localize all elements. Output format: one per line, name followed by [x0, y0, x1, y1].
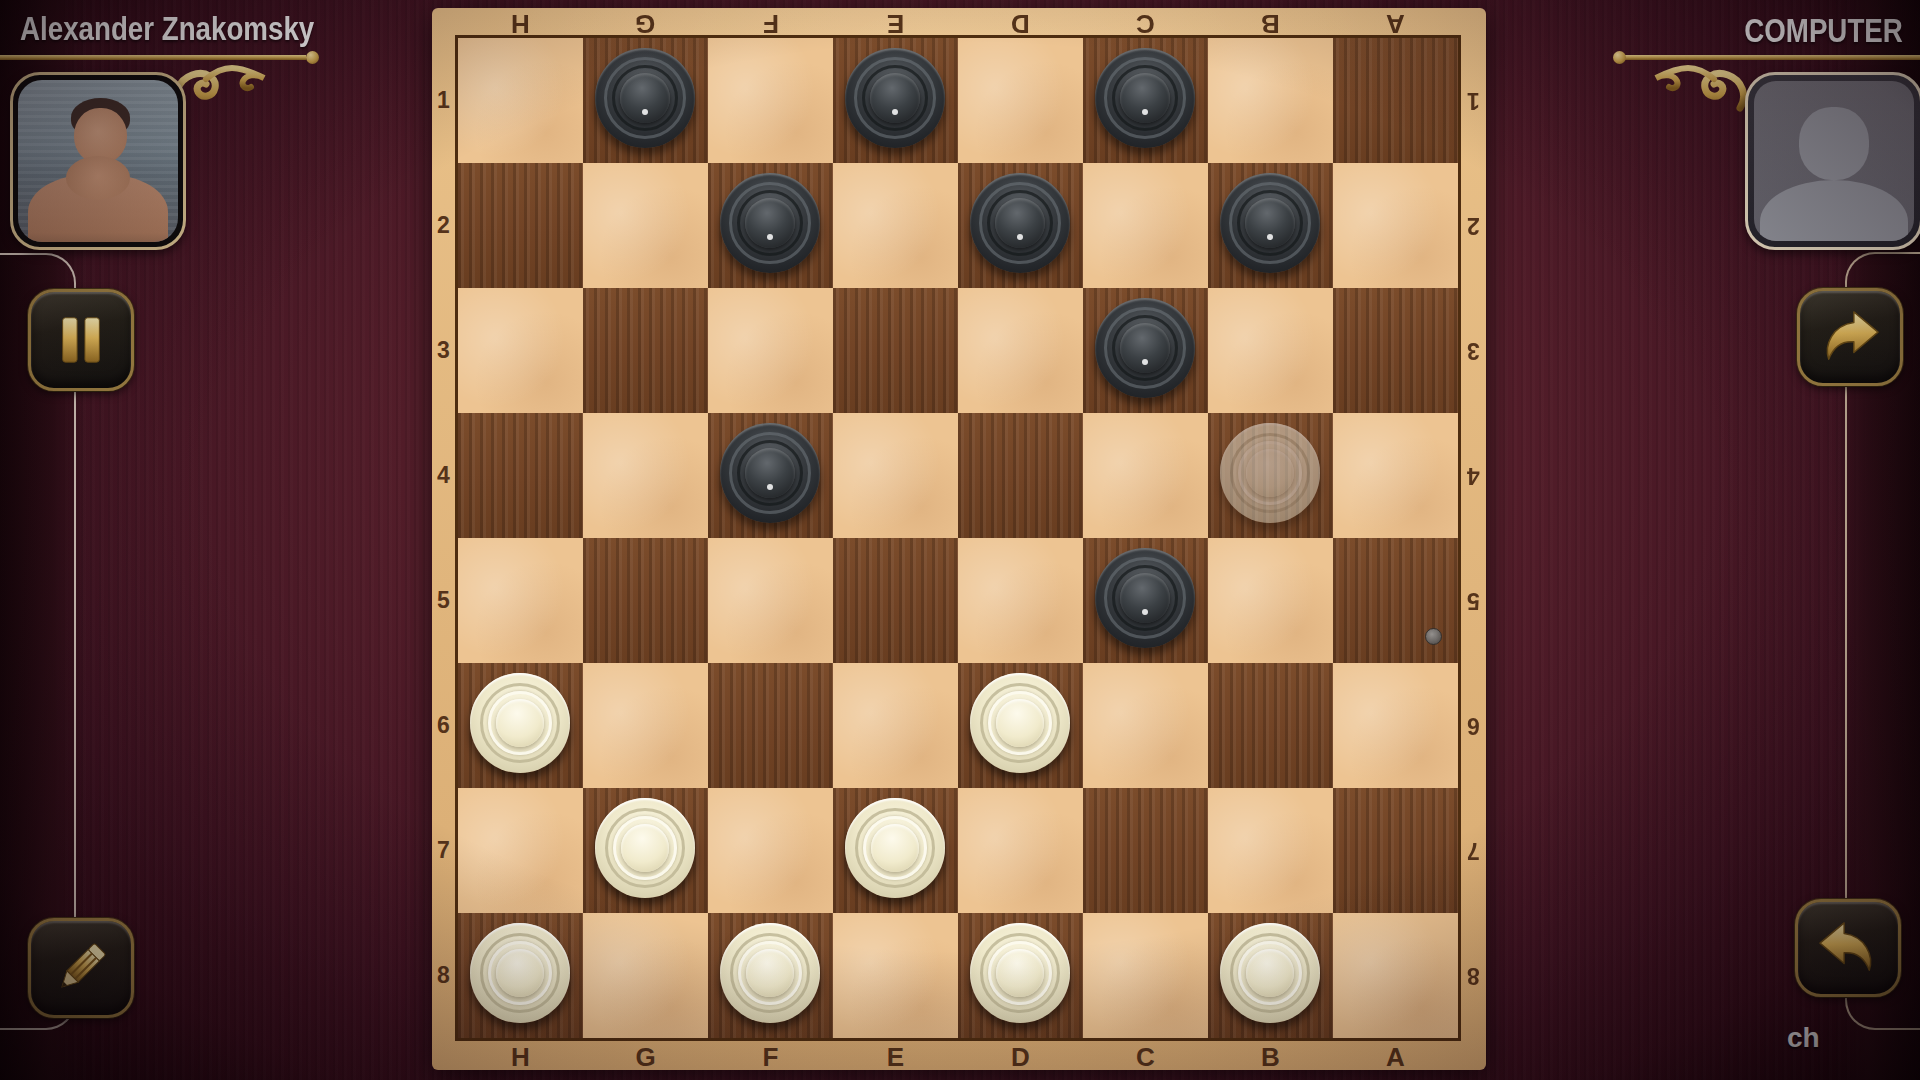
white-man-F8[interactable]	[720, 923, 820, 1023]
silhouette-head	[1799, 107, 1869, 181]
square-A1[interactable]	[1333, 38, 1458, 163]
square-H2[interactable]	[458, 163, 583, 288]
coord-label-1: 1	[1467, 87, 1480, 114]
square-H7	[458, 788, 583, 913]
square-B6[interactable]	[1208, 663, 1333, 788]
coord-label-6: 6	[437, 712, 450, 739]
piece-dome	[996, 949, 1044, 997]
piece-dome	[1246, 449, 1294, 497]
white-man-D6[interactable]	[970, 673, 1070, 773]
square-A3[interactable]	[1333, 288, 1458, 413]
footer-text: ch	[1787, 1022, 1820, 1054]
square-C2	[1083, 163, 1208, 288]
square-D1	[958, 38, 1083, 163]
piece-dome	[996, 699, 1044, 747]
square-E1[interactable]	[833, 38, 958, 163]
black-man-F4[interactable]	[720, 423, 820, 523]
gold-underline-left	[0, 55, 306, 60]
square-H4[interactable]	[458, 413, 583, 538]
square-G4	[583, 413, 708, 538]
coord-label-3: 3	[1467, 337, 1480, 364]
ghost-piece-B4[interactable]	[1220, 423, 1320, 523]
player-name-left: Alexander Znakomsky	[20, 10, 314, 48]
coord-label-4: 4	[437, 462, 450, 489]
marker-dot	[1425, 628, 1442, 645]
square-D4[interactable]	[958, 413, 1083, 538]
coord-label-1: 1	[437, 87, 450, 114]
square-G1[interactable]	[583, 38, 708, 163]
pencil-icon	[51, 938, 111, 998]
white-man-G7[interactable]	[595, 798, 695, 898]
board-grid	[458, 38, 1458, 1038]
square-F8[interactable]	[708, 913, 833, 1038]
player-name-right: COMPUTER	[1744, 12, 1903, 50]
white-man-D8[interactable]	[970, 923, 1070, 1023]
silhouette-shoulders	[1760, 180, 1907, 241]
white-man-H8[interactable]	[470, 923, 570, 1023]
square-H5	[458, 538, 583, 663]
black-man-C5[interactable]	[1095, 548, 1195, 648]
piece-dome	[620, 73, 670, 123]
square-D3	[958, 288, 1083, 413]
square-C3[interactable]	[1083, 288, 1208, 413]
avatar-left-photo	[18, 80, 178, 242]
black-man-F2[interactable]	[720, 173, 820, 273]
coord-label-H: H	[511, 1042, 530, 1073]
coord-label-H: H	[511, 8, 530, 39]
coord-label-5: 5	[1467, 587, 1480, 614]
coord-label-2: 2	[1467, 212, 1480, 239]
square-E2	[833, 163, 958, 288]
coord-label-7: 7	[437, 837, 450, 864]
square-E4	[833, 413, 958, 538]
pause-icon	[52, 311, 110, 369]
gold-ball-right	[1613, 51, 1626, 64]
coord-label-8: 8	[1467, 962, 1480, 989]
square-H8[interactable]	[458, 913, 583, 1038]
square-D8[interactable]	[958, 913, 1083, 1038]
piece-dome	[745, 198, 795, 248]
square-E3[interactable]	[833, 288, 958, 413]
square-A6	[1333, 663, 1458, 788]
square-A5[interactable]	[1333, 538, 1458, 663]
piece-dome	[496, 699, 544, 747]
piece-dome	[871, 824, 919, 872]
checkers-board: HGFEDCBA HGFEDCBA 12345678 12345678	[432, 8, 1486, 1070]
square-F5	[708, 538, 833, 663]
file-labels-bottom: HGFEDCBA	[458, 1042, 1458, 1070]
square-C7[interactable]	[1083, 788, 1208, 913]
square-H1	[458, 38, 583, 163]
coord-label-6: 6	[1467, 712, 1480, 739]
black-man-D2[interactable]	[970, 173, 1070, 273]
pause-button[interactable]	[28, 289, 134, 391]
square-C1[interactable]	[1083, 38, 1208, 163]
coord-label-7: 7	[1467, 837, 1480, 864]
square-B8[interactable]	[1208, 913, 1333, 1038]
square-A4	[1333, 413, 1458, 538]
piece-dome	[870, 73, 920, 123]
square-F3	[708, 288, 833, 413]
piece-dome	[1120, 573, 1170, 623]
piece-dome	[995, 198, 1045, 248]
square-D6[interactable]	[958, 663, 1083, 788]
rank-labels-right: 12345678	[1461, 38, 1486, 1038]
square-G7[interactable]	[583, 788, 708, 913]
square-E8	[833, 913, 958, 1038]
square-F1	[708, 38, 833, 163]
square-G6	[583, 663, 708, 788]
coord-label-B: B	[1261, 1042, 1280, 1073]
square-F7	[708, 788, 833, 913]
square-G3[interactable]	[583, 288, 708, 413]
piece-dome	[1120, 73, 1170, 123]
coord-label-8: 8	[437, 962, 450, 989]
coord-label-F: F	[763, 1042, 779, 1073]
coord-label-4: 4	[1467, 462, 1480, 489]
square-F2[interactable]	[708, 163, 833, 288]
square-A8	[1333, 913, 1458, 1038]
square-C6	[1083, 663, 1208, 788]
coord-label-F: F	[763, 8, 779, 39]
square-C4	[1083, 413, 1208, 538]
coord-label-3: 3	[437, 337, 450, 364]
undo-back-arrow-icon	[1817, 919, 1879, 977]
coord-label-G: G	[635, 1042, 655, 1073]
gold-flourish-left	[172, 62, 268, 116]
square-A2	[1333, 163, 1458, 288]
coord-label-2: 2	[437, 212, 450, 239]
piece-dome	[1246, 949, 1294, 997]
piece-dome	[1245, 198, 1295, 248]
gold-flourish-right	[1652, 62, 1748, 116]
black-man-E1[interactable]	[845, 48, 945, 148]
avatar-right-silhouette	[1754, 81, 1914, 241]
square-B1	[1208, 38, 1333, 163]
gold-underline-right	[1618, 55, 1920, 60]
black-man-G1[interactable]	[595, 48, 695, 148]
square-C8	[1083, 913, 1208, 1038]
square-G2	[583, 163, 708, 288]
square-B5	[1208, 538, 1333, 663]
white-man-B8[interactable]	[1220, 923, 1320, 1023]
coord-label-E: E	[887, 1042, 904, 1073]
square-D5	[958, 538, 1083, 663]
file-labels-top: HGFEDCBA	[458, 8, 1458, 35]
piece-dome	[1120, 323, 1170, 373]
square-H3	[458, 288, 583, 413]
square-D7	[958, 788, 1083, 913]
photo-hands	[66, 156, 130, 200]
white-man-E7[interactable]	[845, 798, 945, 898]
square-E6	[833, 663, 958, 788]
square-D2[interactable]	[958, 163, 1083, 288]
square-G5[interactable]	[583, 538, 708, 663]
square-F4[interactable]	[708, 413, 833, 538]
board-frame	[455, 35, 1461, 1041]
rank-labels-left: 12345678	[432, 38, 455, 1038]
square-H6[interactable]	[458, 663, 583, 788]
black-man-C1[interactable]	[1095, 48, 1195, 148]
piece-dome	[621, 824, 669, 872]
avatar-left-player	[10, 72, 186, 250]
share-button[interactable]	[1797, 288, 1903, 386]
coord-label-B: B	[1261, 8, 1280, 39]
coord-label-A: A	[1386, 8, 1405, 39]
square-B3	[1208, 288, 1333, 413]
coord-label-D: D	[1011, 1042, 1030, 1073]
black-man-C3[interactable]	[1095, 298, 1195, 398]
share-forward-arrow-icon	[1819, 308, 1881, 366]
square-F6[interactable]	[708, 663, 833, 788]
square-A7[interactable]	[1333, 788, 1458, 913]
square-E5[interactable]	[833, 538, 958, 663]
piece-dome	[746, 949, 794, 997]
gold-ball-left	[306, 51, 319, 64]
coord-label-A: A	[1386, 1042, 1405, 1073]
coord-label-D: D	[1011, 8, 1030, 39]
black-man-B2[interactable]	[1220, 173, 1320, 273]
square-B2[interactable]	[1208, 163, 1333, 288]
square-B7	[1208, 788, 1333, 913]
edit-button[interactable]	[28, 918, 134, 1018]
square-C5[interactable]	[1083, 538, 1208, 663]
avatar-right-player	[1745, 72, 1920, 250]
piece-dome	[745, 448, 795, 498]
coord-label-G: G	[635, 8, 655, 39]
coord-label-C: C	[1136, 8, 1155, 39]
square-G8	[583, 913, 708, 1038]
undo-button[interactable]	[1795, 899, 1901, 997]
coord-label-5: 5	[437, 587, 450, 614]
square-E7[interactable]	[833, 788, 958, 913]
coord-label-C: C	[1136, 1042, 1155, 1073]
white-man-H6[interactable]	[470, 673, 570, 773]
piece-dome	[496, 949, 544, 997]
square-B4[interactable]	[1208, 413, 1333, 538]
coord-label-E: E	[887, 8, 904, 39]
